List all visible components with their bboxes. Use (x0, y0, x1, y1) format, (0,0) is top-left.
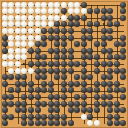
intersection[interactable] (47, 74, 54, 81)
intersection[interactable] (1, 113, 8, 120)
intersection[interactable] (113, 47, 120, 54)
intersection[interactable] (14, 100, 21, 107)
intersection[interactable] (54, 1, 61, 8)
intersection[interactable] (94, 34, 101, 41)
intersection[interactable] (80, 87, 87, 94)
intersection[interactable] (80, 74, 87, 81)
intersection[interactable] (74, 74, 81, 81)
intersection[interactable] (67, 28, 74, 35)
intersection[interactable] (100, 80, 107, 87)
intersection[interactable] (21, 74, 28, 81)
intersection[interactable] (1, 100, 8, 107)
intersection[interactable] (113, 21, 120, 28)
intersection[interactable] (54, 100, 61, 107)
intersection[interactable] (21, 54, 28, 61)
intersection[interactable] (41, 80, 48, 87)
intersection[interactable] (94, 120, 101, 127)
intersection[interactable] (74, 94, 81, 101)
intersection[interactable] (107, 47, 114, 54)
intersection[interactable] (113, 67, 120, 74)
intersection[interactable] (61, 61, 68, 68)
intersection[interactable] (94, 61, 101, 68)
intersection[interactable] (47, 87, 54, 94)
intersection[interactable] (74, 14, 81, 21)
intersection[interactable] (74, 8, 81, 15)
intersection[interactable] (120, 100, 127, 107)
intersection[interactable] (47, 120, 54, 127)
intersection[interactable] (87, 67, 94, 74)
intersection[interactable] (54, 47, 61, 54)
intersection[interactable] (61, 67, 68, 74)
intersection[interactable] (34, 80, 41, 87)
intersection[interactable] (54, 107, 61, 114)
intersection[interactable] (61, 80, 68, 87)
intersection[interactable] (28, 47, 35, 54)
intersection[interactable] (14, 74, 21, 81)
intersection[interactable] (100, 61, 107, 68)
intersection[interactable] (61, 120, 68, 127)
intersection[interactable] (1, 67, 8, 74)
intersection[interactable] (34, 34, 41, 41)
intersection[interactable] (54, 87, 61, 94)
intersection[interactable] (8, 100, 15, 107)
intersection[interactable] (100, 21, 107, 28)
intersection[interactable] (34, 100, 41, 107)
intersection[interactable] (74, 21, 81, 28)
intersection[interactable] (113, 54, 120, 61)
intersection[interactable] (8, 80, 15, 87)
intersection[interactable] (1, 1, 8, 8)
intersection[interactable] (100, 28, 107, 35)
intersection[interactable] (41, 1, 48, 8)
intersection[interactable] (113, 80, 120, 87)
intersection[interactable] (54, 14, 61, 21)
intersection[interactable] (8, 67, 15, 74)
intersection[interactable] (67, 21, 74, 28)
intersection[interactable] (74, 28, 81, 35)
intersection[interactable] (41, 107, 48, 114)
intersection[interactable] (61, 113, 68, 120)
intersection[interactable] (47, 107, 54, 114)
intersection[interactable] (54, 120, 61, 127)
intersection[interactable] (100, 14, 107, 21)
intersection[interactable] (61, 54, 68, 61)
intersection[interactable] (14, 80, 21, 87)
intersection[interactable] (28, 120, 35, 127)
intersection[interactable] (80, 47, 87, 54)
intersection[interactable] (1, 80, 8, 87)
intersection[interactable] (61, 8, 68, 15)
intersection[interactable] (87, 21, 94, 28)
intersection[interactable] (67, 94, 74, 101)
intersection[interactable] (87, 120, 94, 127)
intersection[interactable] (113, 87, 120, 94)
intersection[interactable] (41, 87, 48, 94)
intersection[interactable] (120, 74, 127, 81)
intersection[interactable] (94, 28, 101, 35)
intersection[interactable] (67, 8, 74, 15)
intersection[interactable] (14, 1, 21, 8)
intersection[interactable] (14, 54, 21, 61)
intersection[interactable] (1, 34, 8, 41)
intersection[interactable] (67, 47, 74, 54)
intersection[interactable] (67, 100, 74, 107)
intersection[interactable] (41, 34, 48, 41)
intersection[interactable] (1, 47, 8, 54)
intersection[interactable] (34, 87, 41, 94)
intersection[interactable] (107, 1, 114, 8)
intersection[interactable] (107, 41, 114, 48)
intersection[interactable] (120, 80, 127, 87)
intersection[interactable] (14, 41, 21, 48)
intersection[interactable] (80, 94, 87, 101)
intersection[interactable] (80, 113, 87, 120)
intersection[interactable] (113, 107, 120, 114)
intersection[interactable] (21, 107, 28, 114)
intersection[interactable] (87, 1, 94, 8)
intersection[interactable] (100, 100, 107, 107)
intersection[interactable] (120, 113, 127, 120)
intersection[interactable] (21, 28, 28, 35)
intersection[interactable] (74, 120, 81, 127)
intersection[interactable] (47, 8, 54, 15)
intersection[interactable] (34, 113, 41, 120)
intersection[interactable] (34, 8, 41, 15)
intersection[interactable] (61, 47, 68, 54)
intersection[interactable] (107, 87, 114, 94)
intersection[interactable] (67, 54, 74, 61)
intersection[interactable] (34, 14, 41, 21)
intersection[interactable] (80, 34, 87, 41)
intersection[interactable] (100, 74, 107, 81)
intersection[interactable] (1, 21, 8, 28)
intersection[interactable] (28, 34, 35, 41)
intersection[interactable] (94, 14, 101, 21)
intersection[interactable] (100, 8, 107, 15)
intersection[interactable] (113, 1, 120, 8)
intersection[interactable] (8, 113, 15, 120)
intersection[interactable] (94, 8, 101, 15)
intersection[interactable] (28, 80, 35, 87)
intersection[interactable] (54, 28, 61, 35)
intersection[interactable] (41, 28, 48, 35)
intersection[interactable] (94, 1, 101, 8)
intersection[interactable] (74, 54, 81, 61)
intersection[interactable] (67, 67, 74, 74)
intersection[interactable] (1, 28, 8, 35)
intersection[interactable] (14, 14, 21, 21)
intersection[interactable] (54, 94, 61, 101)
intersection[interactable] (21, 87, 28, 94)
intersection[interactable] (74, 47, 81, 54)
intersection[interactable] (47, 28, 54, 35)
intersection[interactable] (28, 107, 35, 114)
intersection[interactable] (94, 107, 101, 114)
intersection[interactable] (87, 107, 94, 114)
intersection[interactable] (94, 113, 101, 120)
intersection[interactable] (80, 54, 87, 61)
intersection[interactable] (100, 1, 107, 8)
intersection[interactable] (80, 107, 87, 114)
intersection[interactable] (80, 1, 87, 8)
intersection[interactable] (21, 80, 28, 87)
intersection[interactable] (41, 47, 48, 54)
intersection[interactable] (61, 100, 68, 107)
intersection[interactable] (54, 61, 61, 68)
intersection[interactable] (41, 100, 48, 107)
intersection[interactable] (21, 100, 28, 107)
intersection[interactable] (94, 47, 101, 54)
intersection[interactable] (67, 87, 74, 94)
intersection[interactable] (1, 14, 8, 21)
intersection[interactable] (61, 1, 68, 8)
intersection[interactable] (120, 34, 127, 41)
intersection[interactable] (47, 61, 54, 68)
intersection[interactable] (113, 41, 120, 48)
intersection[interactable] (107, 94, 114, 101)
intersection[interactable] (54, 67, 61, 74)
intersection[interactable] (8, 61, 15, 68)
intersection[interactable] (87, 54, 94, 61)
intersection[interactable] (41, 67, 48, 74)
intersection[interactable] (100, 94, 107, 101)
intersection[interactable] (8, 8, 15, 15)
intersection[interactable] (41, 8, 48, 15)
intersection[interactable] (1, 120, 8, 127)
intersection[interactable] (87, 94, 94, 101)
intersection[interactable] (41, 74, 48, 81)
intersection[interactable] (74, 80, 81, 87)
intersection[interactable] (107, 61, 114, 68)
intersection[interactable] (47, 34, 54, 41)
intersection[interactable] (8, 1, 15, 8)
intersection[interactable] (74, 107, 81, 114)
intersection[interactable] (28, 14, 35, 21)
intersection[interactable] (107, 14, 114, 21)
intersection[interactable] (28, 21, 35, 28)
intersection[interactable] (61, 107, 68, 114)
intersection[interactable] (61, 34, 68, 41)
intersection[interactable] (47, 47, 54, 54)
intersection[interactable] (67, 14, 74, 21)
intersection[interactable] (80, 8, 87, 15)
intersection[interactable] (113, 120, 120, 127)
intersection[interactable] (41, 41, 48, 48)
intersection[interactable] (54, 8, 61, 15)
intersection[interactable] (87, 113, 94, 120)
intersection[interactable] (14, 107, 21, 114)
intersection[interactable] (67, 80, 74, 87)
intersection[interactable] (100, 34, 107, 41)
intersection[interactable] (28, 8, 35, 15)
intersection[interactable] (107, 74, 114, 81)
intersection[interactable] (34, 120, 41, 127)
intersection[interactable] (8, 54, 15, 61)
intersection[interactable] (80, 41, 87, 48)
intersection[interactable] (41, 14, 48, 21)
intersection[interactable] (21, 61, 28, 68)
intersection[interactable] (80, 100, 87, 107)
intersection[interactable] (74, 87, 81, 94)
intersection[interactable] (67, 34, 74, 41)
intersection[interactable] (47, 113, 54, 120)
intersection[interactable] (21, 113, 28, 120)
intersection[interactable] (107, 80, 114, 87)
intersection[interactable] (14, 120, 21, 127)
intersection[interactable] (8, 94, 15, 101)
intersection[interactable] (47, 100, 54, 107)
intersection[interactable] (74, 34, 81, 41)
intersection[interactable] (28, 100, 35, 107)
intersection[interactable] (80, 120, 87, 127)
intersection[interactable] (120, 67, 127, 74)
intersection[interactable] (120, 61, 127, 68)
intersection[interactable] (21, 34, 28, 41)
intersection[interactable] (100, 54, 107, 61)
intersection[interactable] (113, 74, 120, 81)
intersection[interactable] (47, 41, 54, 48)
intersection[interactable] (54, 21, 61, 28)
intersection[interactable] (100, 107, 107, 114)
intersection[interactable] (54, 113, 61, 120)
intersection[interactable] (107, 100, 114, 107)
intersection[interactable] (67, 74, 74, 81)
intersection[interactable] (34, 21, 41, 28)
intersection[interactable] (87, 80, 94, 87)
intersection[interactable] (34, 107, 41, 114)
intersection[interactable] (14, 8, 21, 15)
intersection[interactable] (107, 8, 114, 15)
intersection[interactable] (8, 28, 15, 35)
intersection[interactable] (74, 41, 81, 48)
intersection[interactable] (14, 67, 21, 74)
intersection[interactable] (67, 41, 74, 48)
intersection[interactable] (34, 1, 41, 8)
intersection[interactable] (1, 54, 8, 61)
intersection[interactable] (61, 41, 68, 48)
intersection[interactable] (94, 87, 101, 94)
intersection[interactable] (94, 67, 101, 74)
intersection[interactable] (107, 67, 114, 74)
intersection[interactable] (1, 87, 8, 94)
intersection[interactable] (87, 87, 94, 94)
intersection[interactable] (8, 14, 15, 21)
intersection[interactable] (28, 28, 35, 35)
intersection[interactable] (113, 34, 120, 41)
intersection[interactable] (61, 21, 68, 28)
intersection[interactable] (107, 34, 114, 41)
intersection[interactable] (74, 61, 81, 68)
intersection[interactable] (74, 1, 81, 8)
intersection[interactable] (41, 61, 48, 68)
intersection[interactable] (107, 113, 114, 120)
intersection[interactable] (34, 74, 41, 81)
intersection[interactable] (61, 87, 68, 94)
intersection[interactable] (14, 21, 21, 28)
intersection[interactable] (87, 61, 94, 68)
intersection[interactable] (47, 54, 54, 61)
intersection[interactable] (34, 41, 41, 48)
intersection[interactable] (41, 113, 48, 120)
intersection[interactable] (87, 28, 94, 35)
intersection[interactable] (74, 113, 81, 120)
intersection[interactable] (107, 107, 114, 114)
intersection[interactable] (1, 94, 8, 101)
intersection[interactable] (1, 8, 8, 15)
intersection[interactable] (54, 80, 61, 87)
intersection[interactable] (87, 74, 94, 81)
intersection[interactable] (14, 61, 21, 68)
intersection[interactable] (8, 87, 15, 94)
intersection[interactable] (120, 14, 127, 21)
intersection[interactable] (1, 41, 8, 48)
intersection[interactable] (41, 120, 48, 127)
intersection[interactable] (87, 47, 94, 54)
intersection[interactable] (120, 21, 127, 28)
intersection[interactable] (8, 74, 15, 81)
intersection[interactable] (14, 28, 21, 35)
intersection[interactable] (28, 87, 35, 94)
intersection[interactable] (54, 34, 61, 41)
intersection[interactable] (120, 47, 127, 54)
intersection[interactable] (80, 80, 87, 87)
intersection[interactable] (120, 28, 127, 35)
intersection[interactable] (120, 41, 127, 48)
intersection[interactable] (34, 47, 41, 54)
intersection[interactable] (100, 67, 107, 74)
intersection[interactable] (47, 94, 54, 101)
intersection[interactable] (107, 120, 114, 127)
intersection[interactable] (28, 1, 35, 8)
intersection[interactable] (67, 120, 74, 127)
intersection[interactable] (47, 21, 54, 28)
intersection[interactable] (67, 113, 74, 120)
intersection[interactable] (21, 41, 28, 48)
intersection[interactable] (74, 100, 81, 107)
intersection[interactable] (94, 54, 101, 61)
intersection[interactable] (14, 113, 21, 120)
intersection[interactable] (21, 120, 28, 127)
intersection[interactable] (28, 54, 35, 61)
intersection[interactable] (87, 41, 94, 48)
intersection[interactable] (61, 94, 68, 101)
intersection[interactable] (94, 94, 101, 101)
intersection[interactable] (21, 47, 28, 54)
intersection[interactable] (28, 41, 35, 48)
intersection[interactable] (80, 61, 87, 68)
intersection[interactable] (47, 67, 54, 74)
intersection[interactable] (113, 94, 120, 101)
intersection[interactable] (120, 94, 127, 101)
intersection[interactable] (100, 120, 107, 127)
intersection[interactable] (67, 107, 74, 114)
intersection[interactable] (61, 14, 68, 21)
intersection[interactable] (14, 47, 21, 54)
intersection[interactable] (67, 61, 74, 68)
intersection[interactable] (113, 28, 120, 35)
intersection[interactable] (47, 1, 54, 8)
intersection[interactable] (34, 67, 41, 74)
intersection[interactable] (54, 41, 61, 48)
intersection[interactable] (28, 67, 35, 74)
intersection[interactable] (87, 8, 94, 15)
intersection[interactable] (41, 54, 48, 61)
intersection[interactable] (14, 34, 21, 41)
intersection[interactable] (107, 54, 114, 61)
intersection[interactable] (94, 41, 101, 48)
intersection[interactable] (14, 87, 21, 94)
intersection[interactable] (94, 21, 101, 28)
